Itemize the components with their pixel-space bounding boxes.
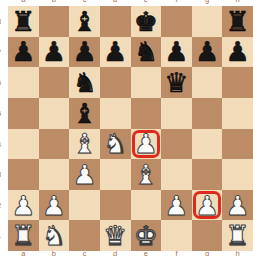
rank-label-3: 3 <box>0 159 7 190</box>
black-bishop[interactable]: ♝ <box>72 100 96 127</box>
file-label-top-d: d <box>100 0 131 4</box>
file-label-top-e: e <box>131 0 162 4</box>
square-a2[interactable]: ♟ <box>8 190 39 221</box>
file-label-bottom-c: c <box>69 250 100 256</box>
white-pawn[interactable]: ♟ <box>195 192 219 219</box>
file-label-bottom-f: f <box>161 250 192 256</box>
file-label-top-f: f <box>161 0 192 4</box>
square-h4[interactable] <box>222 129 253 160</box>
square-f5[interactable] <box>161 98 192 129</box>
square-e4[interactable]: ♟ <box>131 129 162 160</box>
chess-app-screen: abcdefgh ♜♝♚♜♟♟♟♟♞♟♟♟♞♛♝♝♞♟♟♝♟♟♟♟♟♜♞♛♚♜ … <box>0 0 253 256</box>
black-bishop[interactable]: ♝ <box>72 8 96 35</box>
square-b1[interactable]: ♞ <box>39 220 70 251</box>
square-g1[interactable] <box>192 220 223 251</box>
white-knight[interactable]: ♞ <box>103 130 127 157</box>
square-a4[interactable] <box>8 129 39 160</box>
square-a3[interactable] <box>8 159 39 190</box>
file-label-bottom-g: g <box>192 250 223 256</box>
square-e6[interactable] <box>131 67 162 98</box>
square-h1[interactable]: ♜ <box>222 220 253 251</box>
square-g3[interactable] <box>192 159 223 190</box>
black-pawn[interactable]: ♟ <box>72 38 96 65</box>
square-f1[interactable] <box>161 220 192 251</box>
white-pawn[interactable]: ♟ <box>226 192 250 219</box>
rank-label-7: 7 <box>0 37 7 68</box>
square-c2[interactable] <box>69 190 100 221</box>
white-pawn[interactable]: ♟ <box>11 192 35 219</box>
square-f2[interactable]: ♟ <box>161 190 192 221</box>
square-e3[interactable]: ♝ <box>131 159 162 190</box>
square-c7[interactable]: ♟ <box>69 37 100 68</box>
square-g6[interactable] <box>192 67 223 98</box>
square-c8[interactable]: ♝ <box>69 6 100 37</box>
square-b8[interactable] <box>39 6 70 37</box>
square-b4[interactable] <box>39 129 70 160</box>
square-e5[interactable] <box>131 98 162 129</box>
square-d4[interactable]: ♞ <box>100 129 131 160</box>
square-d1[interactable]: ♛ <box>100 220 131 251</box>
square-a8[interactable]: ♜ <box>8 6 39 37</box>
square-g2[interactable]: ♟ <box>192 190 223 221</box>
square-d6[interactable] <box>100 67 131 98</box>
square-c1[interactable] <box>69 220 100 251</box>
rank-label-2: 2 <box>0 190 7 221</box>
black-queen[interactable]: ♛ <box>164 69 188 96</box>
square-d2[interactable] <box>100 190 131 221</box>
square-a7[interactable]: ♟ <box>8 37 39 68</box>
square-d7[interactable]: ♟ <box>100 37 131 68</box>
white-queen[interactable]: ♛ <box>103 222 127 249</box>
black-pawn[interactable]: ♟ <box>11 38 35 65</box>
black-pawn[interactable]: ♟ <box>42 38 66 65</box>
square-g5[interactable] <box>192 98 223 129</box>
black-king[interactable]: ♚ <box>134 8 158 35</box>
square-a6[interactable] <box>8 67 39 98</box>
white-pawn[interactable]: ♟ <box>42 192 66 219</box>
square-e8[interactable]: ♚ <box>131 6 162 37</box>
square-e2[interactable] <box>131 190 162 221</box>
chess-board: ♜♝♚♜♟♟♟♟♞♟♟♟♞♛♝♝♞♟♟♝♟♟♟♟♟♜♞♛♚♜ <box>8 6 253 251</box>
white-pawn[interactable]: ♟ <box>72 161 96 188</box>
white-rook[interactable]: ♜ <box>11 222 35 249</box>
square-d8[interactable] <box>100 6 131 37</box>
square-c5[interactable]: ♝ <box>69 98 100 129</box>
square-h8[interactable]: ♜ <box>222 6 253 37</box>
white-king[interactable]: ♚ <box>134 222 158 249</box>
square-d5[interactable] <box>100 98 131 129</box>
white-pawn[interactable]: ♟ <box>164 192 188 219</box>
black-pawn[interactable]: ♟ <box>164 38 188 65</box>
square-a1[interactable]: ♜ <box>8 220 39 251</box>
white-knight[interactable]: ♞ <box>42 222 66 249</box>
square-a5[interactable] <box>8 98 39 129</box>
file-label-top-h: h <box>222 0 253 4</box>
file-label-top-b: b <box>39 0 70 4</box>
rank-label-1: 1 <box>0 220 7 251</box>
black-pawn[interactable]: ♟ <box>195 38 219 65</box>
black-knight[interactable]: ♞ <box>134 38 158 65</box>
square-f7[interactable]: ♟ <box>161 37 192 68</box>
black-rook[interactable]: ♜ <box>11 8 35 35</box>
square-e1[interactable]: ♚ <box>131 220 162 251</box>
square-c6[interactable]: ♞ <box>69 67 100 98</box>
rank-label-4: 4 <box>0 129 7 160</box>
black-pawn[interactable]: ♟ <box>103 38 127 65</box>
square-c4[interactable]: ♝ <box>69 129 100 160</box>
square-f6[interactable]: ♛ <box>161 67 192 98</box>
square-b2[interactable]: ♟ <box>39 190 70 221</box>
square-f8[interactable] <box>161 6 192 37</box>
square-g8[interactable] <box>192 6 223 37</box>
square-f4[interactable] <box>161 129 192 160</box>
black-knight[interactable]: ♞ <box>72 69 96 96</box>
square-h3[interactable] <box>222 159 253 190</box>
black-pawn[interactable]: ♟ <box>226 38 250 65</box>
square-d3[interactable] <box>100 159 131 190</box>
black-rook[interactable]: ♜ <box>226 8 250 35</box>
file-labels-top: abcdefgh <box>8 0 253 4</box>
square-h7[interactable]: ♟ <box>222 37 253 68</box>
rank-label-5: 5 <box>0 98 7 129</box>
white-rook[interactable]: ♜ <box>226 222 250 249</box>
rank-label-6: 6 <box>0 67 7 98</box>
square-h6[interactable] <box>222 67 253 98</box>
square-c3[interactable]: ♟ <box>69 159 100 190</box>
square-g7[interactable]: ♟ <box>192 37 223 68</box>
square-f3[interactable] <box>161 159 192 190</box>
white-bishop[interactable]: ♝ <box>134 161 158 188</box>
file-label-top-a: a <box>8 0 39 4</box>
square-b6[interactable] <box>39 67 70 98</box>
white-pawn[interactable]: ♟ <box>134 130 158 157</box>
square-e7[interactable]: ♞ <box>131 37 162 68</box>
white-bishop[interactable]: ♝ <box>72 130 96 157</box>
square-b7[interactable]: ♟ <box>39 37 70 68</box>
square-h2[interactable]: ♟ <box>222 190 253 221</box>
rank-label-8: 8 <box>0 6 7 37</box>
file-label-top-g: g <box>192 0 223 4</box>
square-b5[interactable] <box>39 98 70 129</box>
file-label-top-c: c <box>69 0 100 4</box>
square-b3[interactable] <box>39 159 70 190</box>
square-h5[interactable] <box>222 98 253 129</box>
square-g4[interactable] <box>192 129 223 160</box>
